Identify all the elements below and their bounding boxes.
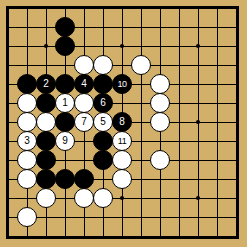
black-stone bbox=[55, 17, 75, 37]
white-stone bbox=[36, 188, 56, 208]
point-0-4[interactable] bbox=[0, 75, 18, 94]
point-11-0[interactable] bbox=[208, 0, 227, 18]
point-0-12[interactable] bbox=[0, 227, 18, 246]
point-6-7[interactable]: 11 bbox=[113, 132, 132, 151]
point-1-12[interactable] bbox=[18, 227, 37, 246]
move-number: 6 bbox=[100, 98, 106, 108]
point-7-6[interactable] bbox=[132, 113, 151, 132]
point-2-12[interactable] bbox=[37, 227, 56, 246]
point-3-4[interactable] bbox=[56, 75, 75, 94]
white-stone bbox=[150, 112, 170, 132]
point-7-9[interactable] bbox=[132, 170, 151, 189]
point-12-5[interactable] bbox=[227, 94, 246, 113]
point-4-0[interactable] bbox=[75, 0, 94, 18]
point-6-2[interactable] bbox=[113, 37, 132, 56]
point-11-9[interactable] bbox=[208, 170, 227, 189]
point-9-11[interactable] bbox=[170, 208, 189, 227]
point-11-5[interactable] bbox=[208, 94, 227, 113]
point-12-8[interactable] bbox=[227, 151, 246, 170]
white-stone bbox=[150, 93, 170, 113]
point-4-12[interactable] bbox=[75, 227, 94, 246]
black-stone bbox=[93, 74, 113, 94]
point-9-6[interactable] bbox=[170, 113, 189, 132]
point-1-0[interactable] bbox=[18, 0, 37, 18]
point-11-12[interactable] bbox=[208, 227, 227, 246]
point-3-3[interactable] bbox=[56, 56, 75, 75]
white-stone: 9 bbox=[55, 131, 75, 151]
point-10-8[interactable] bbox=[189, 151, 208, 170]
white-stone bbox=[17, 150, 37, 170]
point-10-1[interactable] bbox=[189, 18, 208, 37]
point-4-11[interactable] bbox=[75, 208, 94, 227]
point-11-1[interactable] bbox=[208, 18, 227, 37]
point-1-1[interactable] bbox=[18, 18, 37, 37]
point-10-12[interactable] bbox=[189, 227, 208, 246]
point-3-7[interactable]: 9 bbox=[56, 132, 75, 151]
black-stone: 10 bbox=[112, 74, 132, 94]
white-stone bbox=[150, 150, 170, 170]
point-3-11[interactable] bbox=[56, 208, 75, 227]
point-5-1[interactable] bbox=[94, 18, 113, 37]
point-1-8[interactable] bbox=[18, 151, 37, 170]
point-0-10[interactable] bbox=[0, 189, 18, 208]
point-6-11[interactable] bbox=[113, 208, 132, 227]
point-3-10[interactable] bbox=[56, 189, 75, 208]
point-7-3[interactable] bbox=[132, 56, 151, 75]
point-2-8[interactable] bbox=[37, 151, 56, 170]
point-7-0[interactable] bbox=[132, 0, 151, 18]
point-9-1[interactable] bbox=[170, 18, 189, 37]
black-stone: 6 bbox=[93, 93, 113, 113]
point-1-3[interactable] bbox=[18, 56, 37, 75]
point-7-12[interactable] bbox=[132, 227, 151, 246]
point-8-7[interactable] bbox=[151, 132, 170, 151]
point-5-7[interactable] bbox=[94, 132, 113, 151]
point-12-11[interactable] bbox=[227, 208, 246, 227]
white-stone bbox=[93, 188, 113, 208]
point-11-8[interactable] bbox=[208, 151, 227, 170]
point-4-8[interactable] bbox=[75, 151, 94, 170]
point-2-10[interactable] bbox=[37, 189, 56, 208]
point-5-10[interactable] bbox=[94, 189, 113, 208]
point-0-11[interactable] bbox=[0, 208, 18, 227]
point-3-5[interactable]: 1 bbox=[56, 94, 75, 113]
point-9-3[interactable] bbox=[170, 56, 189, 75]
point-7-8[interactable] bbox=[132, 151, 151, 170]
point-1-4[interactable] bbox=[18, 75, 37, 94]
point-0-1[interactable] bbox=[0, 18, 18, 37]
point-4-9[interactable] bbox=[75, 170, 94, 189]
white-stone bbox=[150, 74, 170, 94]
point-8-3[interactable] bbox=[151, 56, 170, 75]
point-10-10[interactable] bbox=[189, 189, 208, 208]
point-5-5[interactable]: 6 bbox=[94, 94, 113, 113]
point-7-1[interactable] bbox=[132, 18, 151, 37]
point-4-10[interactable] bbox=[75, 189, 94, 208]
white-stone bbox=[74, 55, 94, 75]
black-stone bbox=[55, 74, 75, 94]
point-2-7[interactable] bbox=[37, 132, 56, 151]
white-stone bbox=[17, 112, 37, 132]
point-4-2[interactable] bbox=[75, 37, 94, 56]
point-9-9[interactable] bbox=[170, 170, 189, 189]
point-2-4[interactable]: 2 bbox=[37, 75, 56, 94]
move-number: 7 bbox=[81, 117, 87, 127]
point-2-9[interactable] bbox=[37, 170, 56, 189]
black-stone bbox=[74, 169, 94, 189]
point-9-5[interactable] bbox=[170, 94, 189, 113]
point-1-9[interactable] bbox=[18, 170, 37, 189]
point-6-10[interactable] bbox=[113, 189, 132, 208]
black-stone bbox=[55, 36, 75, 56]
point-5-9[interactable] bbox=[94, 170, 113, 189]
point-11-4[interactable] bbox=[208, 75, 227, 94]
point-8-12[interactable] bbox=[151, 227, 170, 246]
point-9-4[interactable] bbox=[170, 75, 189, 94]
point-3-12[interactable] bbox=[56, 227, 75, 246]
point-7-11[interactable] bbox=[132, 208, 151, 227]
point-7-4[interactable] bbox=[132, 75, 151, 94]
point-2-3[interactable] bbox=[37, 56, 56, 75]
point-6-5[interactable] bbox=[113, 94, 132, 113]
white-stone: 3 bbox=[17, 131, 37, 151]
point-10-3[interactable] bbox=[189, 56, 208, 75]
point-3-8[interactable] bbox=[56, 151, 75, 170]
move-number: 9 bbox=[62, 136, 68, 146]
point-3-2[interactable] bbox=[56, 37, 75, 56]
point-9-10[interactable] bbox=[170, 189, 189, 208]
point-0-6[interactable] bbox=[0, 113, 18, 132]
white-stone: 11 bbox=[112, 131, 132, 151]
point-0-5[interactable] bbox=[0, 94, 18, 113]
point-9-12[interactable] bbox=[170, 227, 189, 246]
point-0-9[interactable] bbox=[0, 170, 18, 189]
point-3-0[interactable] bbox=[56, 0, 75, 18]
point-0-3[interactable] bbox=[0, 56, 18, 75]
point-2-5[interactable] bbox=[37, 94, 56, 113]
black-stone: 2 bbox=[36, 74, 56, 94]
point-8-2[interactable] bbox=[151, 37, 170, 56]
point-2-6[interactable] bbox=[37, 113, 56, 132]
point-8-11[interactable] bbox=[151, 208, 170, 227]
white-stone: 5 bbox=[93, 112, 113, 132]
point-1-7[interactable]: 3 bbox=[18, 132, 37, 151]
point-7-7[interactable] bbox=[132, 132, 151, 151]
point-10-7[interactable] bbox=[189, 132, 208, 151]
point-6-6[interactable]: 8 bbox=[113, 113, 132, 132]
point-10-6[interactable] bbox=[189, 113, 208, 132]
point-2-11[interactable] bbox=[37, 208, 56, 227]
point-12-4[interactable] bbox=[227, 75, 246, 94]
point-1-10[interactable] bbox=[18, 189, 37, 208]
point-8-0[interactable] bbox=[151, 0, 170, 18]
white-stone bbox=[17, 207, 37, 227]
white-stone bbox=[131, 55, 151, 75]
point-2-1[interactable] bbox=[37, 18, 56, 37]
white-stone bbox=[74, 93, 94, 113]
black-stone bbox=[36, 150, 56, 170]
point-8-4[interactable] bbox=[151, 75, 170, 94]
point-9-8[interactable] bbox=[170, 151, 189, 170]
move-number: 8 bbox=[119, 117, 125, 127]
go-board: 2410167583911 bbox=[0, 0, 247, 247]
point-1-2[interactable] bbox=[18, 37, 37, 56]
point-2-0[interactable] bbox=[37, 0, 56, 18]
black-stone bbox=[17, 74, 37, 94]
point-7-5[interactable] bbox=[132, 94, 151, 113]
point-6-0[interactable] bbox=[113, 0, 132, 18]
point-4-1[interactable] bbox=[75, 18, 94, 37]
white-stone bbox=[112, 150, 132, 170]
point-5-11[interactable] bbox=[94, 208, 113, 227]
point-10-5[interactable] bbox=[189, 94, 208, 113]
white-stone bbox=[36, 112, 56, 132]
white-stone bbox=[112, 169, 132, 189]
black-stone bbox=[93, 150, 113, 170]
point-3-1[interactable] bbox=[56, 18, 75, 37]
point-6-3[interactable] bbox=[113, 56, 132, 75]
point-6-8[interactable] bbox=[113, 151, 132, 170]
point-7-10[interactable] bbox=[132, 189, 151, 208]
point-12-6[interactable] bbox=[227, 113, 246, 132]
black-stone bbox=[55, 169, 75, 189]
move-number: 1 bbox=[62, 98, 68, 108]
move-number: 10 bbox=[117, 80, 126, 89]
point-0-2[interactable] bbox=[0, 37, 18, 56]
point-8-10[interactable] bbox=[151, 189, 170, 208]
move-number: 3 bbox=[24, 136, 30, 146]
board-points: 2410167583911 bbox=[0, 0, 246, 246]
point-5-6[interactable]: 5 bbox=[94, 113, 113, 132]
point-12-7[interactable] bbox=[227, 132, 246, 151]
point-4-5[interactable] bbox=[75, 94, 94, 113]
point-8-1[interactable] bbox=[151, 18, 170, 37]
point-12-12[interactable] bbox=[227, 227, 246, 246]
move-number: 11 bbox=[118, 137, 126, 146]
black-stone bbox=[93, 131, 113, 151]
black-stone bbox=[36, 131, 56, 151]
point-5-12[interactable] bbox=[94, 227, 113, 246]
point-0-0[interactable] bbox=[0, 0, 18, 18]
point-3-9[interactable] bbox=[56, 170, 75, 189]
point-6-1[interactable] bbox=[113, 18, 132, 37]
point-5-3[interactable] bbox=[94, 56, 113, 75]
point-10-2[interactable] bbox=[189, 37, 208, 56]
point-12-10[interactable] bbox=[227, 189, 246, 208]
black-stone bbox=[36, 169, 56, 189]
point-1-6[interactable] bbox=[18, 113, 37, 132]
point-4-7[interactable] bbox=[75, 132, 94, 151]
point-8-9[interactable] bbox=[151, 170, 170, 189]
point-12-1[interactable] bbox=[227, 18, 246, 37]
point-4-4[interactable]: 4 bbox=[75, 75, 94, 94]
white-stone bbox=[17, 93, 37, 113]
point-6-9[interactable] bbox=[113, 170, 132, 189]
move-number: 5 bbox=[100, 117, 106, 127]
point-11-2[interactable] bbox=[208, 37, 227, 56]
point-10-9[interactable] bbox=[189, 170, 208, 189]
move-number: 2 bbox=[43, 79, 49, 89]
white-stone bbox=[74, 188, 94, 208]
white-stone: 1 bbox=[55, 93, 75, 113]
point-1-5[interactable] bbox=[18, 94, 37, 113]
point-8-6[interactable] bbox=[151, 113, 170, 132]
point-5-8[interactable] bbox=[94, 151, 113, 170]
point-8-5[interactable] bbox=[151, 94, 170, 113]
point-0-8[interactable] bbox=[0, 151, 18, 170]
point-1-11[interactable] bbox=[18, 208, 37, 227]
point-4-6[interactable]: 7 bbox=[75, 113, 94, 132]
white-stone bbox=[17, 169, 37, 189]
point-6-4[interactable]: 10 bbox=[113, 75, 132, 94]
point-11-10[interactable] bbox=[208, 189, 227, 208]
point-5-4[interactable] bbox=[94, 75, 113, 94]
point-3-6[interactable] bbox=[56, 113, 75, 132]
point-10-4[interactable] bbox=[189, 75, 208, 94]
point-5-0[interactable] bbox=[94, 0, 113, 18]
point-6-12[interactable] bbox=[113, 227, 132, 246]
point-12-0[interactable] bbox=[227, 0, 246, 18]
point-8-8[interactable] bbox=[151, 151, 170, 170]
white-stone bbox=[93, 55, 113, 75]
point-12-9[interactable] bbox=[227, 170, 246, 189]
point-11-3[interactable] bbox=[208, 56, 227, 75]
point-0-7[interactable] bbox=[0, 132, 18, 151]
black-stone bbox=[36, 93, 56, 113]
point-10-11[interactable] bbox=[189, 208, 208, 227]
point-5-2[interactable] bbox=[94, 37, 113, 56]
point-9-0[interactable] bbox=[170, 0, 189, 18]
point-9-2[interactable] bbox=[170, 37, 189, 56]
white-stone: 7 bbox=[74, 112, 94, 132]
point-10-0[interactable] bbox=[189, 0, 208, 18]
black-stone: 8 bbox=[112, 112, 132, 132]
point-9-7[interactable] bbox=[170, 132, 189, 151]
point-12-3[interactable] bbox=[227, 56, 246, 75]
point-11-7[interactable] bbox=[208, 132, 227, 151]
point-7-2[interactable] bbox=[132, 37, 151, 56]
black-stone: 4 bbox=[74, 74, 94, 94]
point-11-6[interactable] bbox=[208, 113, 227, 132]
black-stone bbox=[55, 112, 75, 132]
point-12-2[interactable] bbox=[227, 37, 246, 56]
point-4-3[interactable] bbox=[75, 56, 94, 75]
point-2-2[interactable] bbox=[37, 37, 56, 56]
move-number: 4 bbox=[81, 79, 87, 89]
point-11-11[interactable] bbox=[208, 208, 227, 227]
